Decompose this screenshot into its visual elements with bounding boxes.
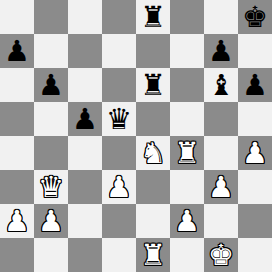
- square-c7[interactable]: [68, 34, 102, 68]
- piece-white-pawn[interactable]: ♟: [208, 170, 234, 204]
- square-b8[interactable]: [34, 0, 68, 34]
- square-h8[interactable]: ♚: [238, 0, 272, 34]
- piece-white-rook[interactable]: ♜: [140, 238, 166, 272]
- square-h5[interactable]: [238, 102, 272, 136]
- square-g2[interactable]: [204, 204, 238, 238]
- piece-white-queen[interactable]: ♛: [38, 170, 64, 204]
- piece-black-rook[interactable]: ♜: [140, 68, 166, 102]
- square-d5[interactable]: ♛: [102, 102, 136, 136]
- square-d8[interactable]: [102, 0, 136, 34]
- piece-black-pawn[interactable]: ♟: [4, 34, 30, 68]
- square-c2[interactable]: [68, 204, 102, 238]
- piece-black-pawn[interactable]: ♟: [208, 34, 234, 68]
- square-b2[interactable]: ♟: [34, 204, 68, 238]
- piece-white-pawn[interactable]: ♟: [4, 204, 30, 238]
- chess-board: ♜♚♟♟♟♜♝♟♟♛♞♜♟♛♟♟♟♟♟♜♚: [0, 0, 272, 272]
- piece-white-pawn[interactable]: ♟: [242, 136, 268, 170]
- square-d7[interactable]: [102, 34, 136, 68]
- square-a2[interactable]: ♟: [0, 204, 34, 238]
- square-b1[interactable]: [34, 238, 68, 272]
- square-c3[interactable]: [68, 170, 102, 204]
- piece-white-pawn[interactable]: ♟: [106, 170, 132, 204]
- piece-black-queen[interactable]: ♛: [106, 102, 132, 136]
- square-a5[interactable]: [0, 102, 34, 136]
- square-a8[interactable]: [0, 0, 34, 34]
- piece-black-rook[interactable]: ♜: [140, 0, 166, 34]
- square-f5[interactable]: [170, 102, 204, 136]
- square-d6[interactable]: [102, 68, 136, 102]
- square-f7[interactable]: [170, 34, 204, 68]
- square-g8[interactable]: [204, 0, 238, 34]
- square-a1[interactable]: [0, 238, 34, 272]
- square-f4[interactable]: ♜: [170, 136, 204, 170]
- square-b5[interactable]: [34, 102, 68, 136]
- square-f8[interactable]: [170, 0, 204, 34]
- square-c1[interactable]: [68, 238, 102, 272]
- piece-black-king[interactable]: ♚: [242, 0, 268, 34]
- piece-white-pawn[interactable]: ♟: [174, 204, 200, 238]
- square-c8[interactable]: [68, 0, 102, 34]
- square-g4[interactable]: [204, 136, 238, 170]
- piece-black-bishop[interactable]: ♝: [208, 68, 234, 102]
- piece-white-pawn[interactable]: ♟: [38, 204, 64, 238]
- square-g1[interactable]: ♚: [204, 238, 238, 272]
- square-g3[interactable]: ♟: [204, 170, 238, 204]
- square-c4[interactable]: [68, 136, 102, 170]
- piece-black-pawn[interactable]: ♟: [242, 68, 268, 102]
- square-a4[interactable]: [0, 136, 34, 170]
- square-e2[interactable]: [136, 204, 170, 238]
- square-h1[interactable]: [238, 238, 272, 272]
- square-g6[interactable]: ♝: [204, 68, 238, 102]
- square-b7[interactable]: [34, 34, 68, 68]
- square-h7[interactable]: [238, 34, 272, 68]
- piece-white-knight[interactable]: ♞: [140, 136, 166, 170]
- square-e7[interactable]: [136, 34, 170, 68]
- square-f6[interactable]: [170, 68, 204, 102]
- piece-white-rook[interactable]: ♜: [174, 136, 200, 170]
- square-c5[interactable]: ♟: [68, 102, 102, 136]
- square-a6[interactable]: [0, 68, 34, 102]
- piece-black-pawn[interactable]: ♟: [38, 68, 64, 102]
- square-d3[interactable]: ♟: [102, 170, 136, 204]
- square-e3[interactable]: [136, 170, 170, 204]
- square-e4[interactable]: ♞: [136, 136, 170, 170]
- square-b4[interactable]: [34, 136, 68, 170]
- square-b3[interactable]: ♛: [34, 170, 68, 204]
- square-e1[interactable]: ♜: [136, 238, 170, 272]
- square-e5[interactable]: [136, 102, 170, 136]
- square-h6[interactable]: ♟: [238, 68, 272, 102]
- square-f2[interactable]: ♟: [170, 204, 204, 238]
- square-b6[interactable]: ♟: [34, 68, 68, 102]
- square-h3[interactable]: [238, 170, 272, 204]
- square-a7[interactable]: ♟: [0, 34, 34, 68]
- square-f1[interactable]: [170, 238, 204, 272]
- square-g5[interactable]: [204, 102, 238, 136]
- square-e6[interactable]: ♜: [136, 68, 170, 102]
- square-d1[interactable]: [102, 238, 136, 272]
- piece-black-pawn[interactable]: ♟: [72, 102, 98, 136]
- square-d2[interactable]: [102, 204, 136, 238]
- square-e8[interactable]: ♜: [136, 0, 170, 34]
- square-h2[interactable]: [238, 204, 272, 238]
- square-c6[interactable]: [68, 68, 102, 102]
- square-d4[interactable]: [102, 136, 136, 170]
- square-g7[interactable]: ♟: [204, 34, 238, 68]
- square-h4[interactable]: ♟: [238, 136, 272, 170]
- square-a3[interactable]: [0, 170, 34, 204]
- square-f3[interactable]: [170, 170, 204, 204]
- piece-white-king[interactable]: ♚: [208, 238, 234, 272]
